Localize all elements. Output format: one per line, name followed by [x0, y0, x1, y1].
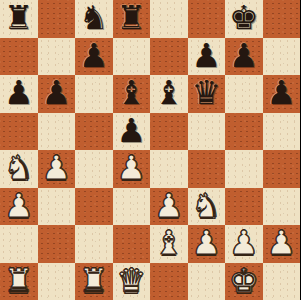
- chess-board: ♜♞♜♚♟♟♟♟♟♝♝♛♟♟♞♟♟♟♟♞♝♟♟♟♜♜♛♚: [0, 0, 300, 300]
- square-g7[interactable]: ♟: [225, 38, 263, 76]
- square-c8[interactable]: ♞: [75, 0, 113, 38]
- square-h4[interactable]: [263, 150, 301, 188]
- square-e4[interactable]: [150, 150, 188, 188]
- square-d2[interactable]: [113, 225, 151, 263]
- square-d3[interactable]: [113, 188, 151, 226]
- white-queen-piece: ♛: [116, 263, 146, 299]
- white-knight-piece: ♞: [4, 150, 34, 186]
- black-pawn-piece: ♟: [191, 38, 221, 74]
- black-pawn-piece: ♟: [266, 75, 296, 111]
- square-f4[interactable]: [188, 150, 226, 188]
- black-knight-piece: ♞: [79, 0, 109, 36]
- square-c6[interactable]: [75, 75, 113, 113]
- white-pawn-piece: ♟: [229, 225, 259, 261]
- square-a3[interactable]: ♟: [0, 188, 38, 226]
- square-b2[interactable]: [38, 225, 76, 263]
- black-pawn-piece: ♟: [41, 75, 71, 111]
- white-king-piece: ♚: [229, 263, 259, 299]
- square-b7[interactable]: [38, 38, 76, 76]
- black-bishop-piece: ♝: [116, 75, 146, 111]
- square-c2[interactable]: [75, 225, 113, 263]
- square-h7[interactable]: [263, 38, 301, 76]
- square-a6[interactable]: ♟: [0, 75, 38, 113]
- white-pawn-piece: ♟: [116, 150, 146, 186]
- square-f5[interactable]: [188, 113, 226, 151]
- square-c3[interactable]: [75, 188, 113, 226]
- square-d1[interactable]: ♛: [113, 263, 151, 300]
- square-d6[interactable]: ♝: [113, 75, 151, 113]
- square-e3[interactable]: ♟: [150, 188, 188, 226]
- black-queen-piece: ♛: [191, 75, 221, 111]
- square-b8[interactable]: [38, 0, 76, 38]
- square-h6[interactable]: ♟: [263, 75, 301, 113]
- square-f3[interactable]: ♞: [188, 188, 226, 226]
- square-a4[interactable]: ♞: [0, 150, 38, 188]
- square-g1[interactable]: ♚: [225, 263, 263, 300]
- square-c5[interactable]: [75, 113, 113, 151]
- square-e2[interactable]: ♝: [150, 225, 188, 263]
- square-e6[interactable]: ♝: [150, 75, 188, 113]
- black-pawn-piece: ♟: [79, 38, 109, 74]
- square-g6[interactable]: [225, 75, 263, 113]
- square-b4[interactable]: ♟: [38, 150, 76, 188]
- black-king-piece: ♚: [229, 0, 259, 36]
- white-pawn-piece: ♟: [191, 225, 221, 261]
- white-pawn-piece: ♟: [266, 225, 296, 261]
- square-f1[interactable]: [188, 263, 226, 300]
- black-bishop-piece: ♝: [154, 75, 184, 111]
- square-e8[interactable]: [150, 0, 188, 38]
- square-e5[interactable]: [150, 113, 188, 151]
- square-a1[interactable]: ♜: [0, 263, 38, 300]
- square-f6[interactable]: ♛: [188, 75, 226, 113]
- white-rook-piece: ♜: [79, 263, 109, 299]
- black-rook-piece: ♜: [4, 0, 34, 36]
- square-e1[interactable]: [150, 263, 188, 300]
- square-h8[interactable]: [263, 0, 301, 38]
- square-g3[interactable]: [225, 188, 263, 226]
- square-f2[interactable]: ♟: [188, 225, 226, 263]
- square-e7[interactable]: [150, 38, 188, 76]
- square-d4[interactable]: ♟: [113, 150, 151, 188]
- square-d7[interactable]: [113, 38, 151, 76]
- square-a2[interactable]: [0, 225, 38, 263]
- square-c7[interactable]: ♟: [75, 38, 113, 76]
- square-h3[interactable]: [263, 188, 301, 226]
- square-d5[interactable]: ♟: [113, 113, 151, 151]
- black-pawn-piece: ♟: [229, 38, 259, 74]
- square-h2[interactable]: ♟: [263, 225, 301, 263]
- square-h1[interactable]: [263, 263, 301, 300]
- square-g5[interactable]: [225, 113, 263, 151]
- white-rook-piece: ♜: [4, 263, 34, 299]
- square-b3[interactable]: [38, 188, 76, 226]
- white-knight-piece: ♞: [191, 188, 221, 224]
- square-f7[interactable]: ♟: [188, 38, 226, 76]
- square-f8[interactable]: [188, 0, 226, 38]
- white-pawn-piece: ♟: [154, 188, 184, 224]
- square-d8[interactable]: ♜: [113, 0, 151, 38]
- square-a5[interactable]: [0, 113, 38, 151]
- black-rook-piece: ♜: [116, 0, 146, 36]
- square-b5[interactable]: [38, 113, 76, 151]
- square-b1[interactable]: [38, 263, 76, 300]
- black-pawn-piece: ♟: [116, 113, 146, 149]
- square-g4[interactable]: [225, 150, 263, 188]
- square-g2[interactable]: ♟: [225, 225, 263, 263]
- square-c4[interactable]: [75, 150, 113, 188]
- square-a7[interactable]: [0, 38, 38, 76]
- square-h5[interactable]: [263, 113, 301, 151]
- square-a8[interactable]: ♜: [0, 0, 38, 38]
- white-pawn-piece: ♟: [41, 150, 71, 186]
- square-c1[interactable]: ♜: [75, 263, 113, 300]
- square-g8[interactable]: ♚: [225, 0, 263, 38]
- white-pawn-piece: ♟: [4, 188, 34, 224]
- black-pawn-piece: ♟: [4, 75, 34, 111]
- square-b6[interactable]: ♟: [38, 75, 76, 113]
- white-bishop-piece: ♝: [154, 225, 184, 261]
